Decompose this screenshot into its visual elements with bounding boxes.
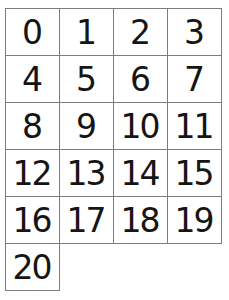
number-card-19: 19	[168, 197, 222, 244]
number-card-8: 8	[6, 103, 60, 150]
number-card-10: 10	[114, 103, 168, 150]
number-card-3: 3	[168, 9, 222, 56]
number-card-5: 5	[60, 56, 114, 103]
empty-space	[168, 244, 222, 291]
empty-space	[60, 244, 114, 291]
number-card-15: 15	[168, 150, 222, 197]
empty-space	[114, 244, 168, 291]
number-card-13: 13	[60, 150, 114, 197]
number-card-0: 0	[6, 9, 60, 56]
number-card-9: 9	[60, 103, 114, 150]
number-card-17: 17	[60, 197, 114, 244]
number-card-2: 2	[114, 9, 168, 56]
number-card-18: 18	[114, 197, 168, 244]
flashcard-sheet: 0 1 2 3 4 5 6 7 8 9 10 11 12 13 14 15 16…	[0, 0, 229, 300]
number-card-20: 20	[6, 244, 60, 291]
number-card-7: 7	[168, 56, 222, 103]
number-card-6: 6	[114, 56, 168, 103]
number-card-16: 16	[6, 197, 60, 244]
number-card-12: 12	[6, 150, 60, 197]
number-card-11: 11	[168, 103, 222, 150]
number-card-1: 1	[60, 9, 114, 56]
number-card-4: 4	[6, 56, 60, 103]
number-card-14: 14	[114, 150, 168, 197]
number-card-grid: 0 1 2 3 4 5 6 7 8 9 10 11 12 13 14 15 16…	[5, 8, 222, 291]
